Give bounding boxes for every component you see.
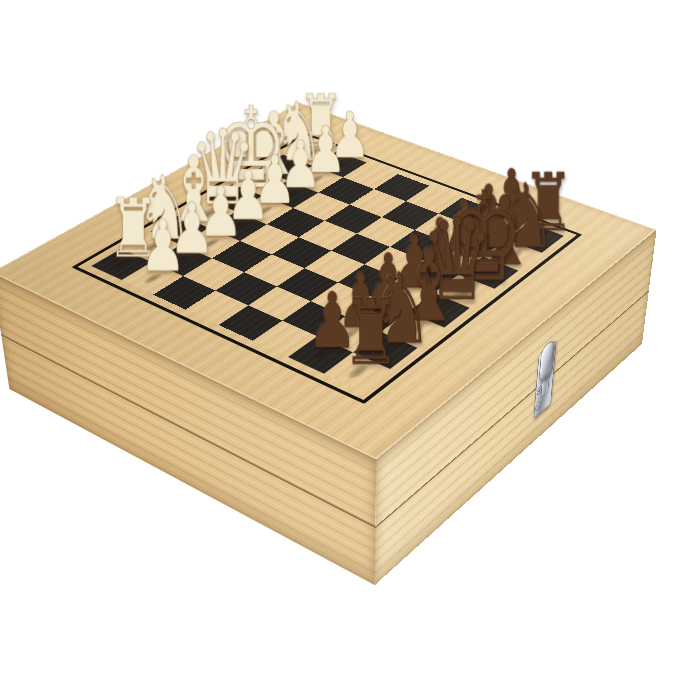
white-pawn-a2[interactable]: ♟ (116, 211, 210, 283)
chess-board: ♜♞♝♛♚♝♞♜♟♟♟♟♟♟♟♟♟♟♟♟♟♟♟♟♜♞♝♛♚♝♞♜ (91, 141, 564, 391)
product-photo-stage: ♜♞♝♛♚♝♞♜♟♟♟♟♟♟♟♟♟♟♟♟♟♟♟♟♜♞♝♛♚♝♞♜ (0, 0, 700, 700)
scene: ♜♞♝♛♚♝♞♜♟♟♟♟♟♟♟♟♟♟♟♟♟♟♟♟♜♞♝♛♚♝♞♜ (0, 0, 700, 700)
black-rook-a8[interactable]: ♜ (320, 288, 422, 378)
